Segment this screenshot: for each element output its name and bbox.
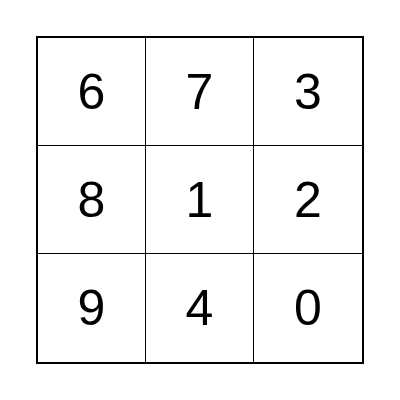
grid-cell-r1c0: 8	[38, 146, 146, 254]
grid-cell-r2c2: 0	[254, 254, 362, 362]
grid-cell-r2c1: 4	[146, 254, 254, 362]
grid-cell-r0c0: 6	[38, 38, 146, 146]
grid-cell-r0c1: 7	[146, 38, 254, 146]
grid-cell-r2c0: 9	[38, 254, 146, 362]
grid-cell-r0c2: 3	[254, 38, 362, 146]
grid-cell-r1c1: 1	[146, 146, 254, 254]
number-grid: 6 7 3 8 1 2 9 4 0	[38, 38, 362, 362]
grid-cell-r1c2: 2	[254, 146, 362, 254]
number-grid-board: 6 7 3 8 1 2 9 4 0	[36, 36, 364, 364]
